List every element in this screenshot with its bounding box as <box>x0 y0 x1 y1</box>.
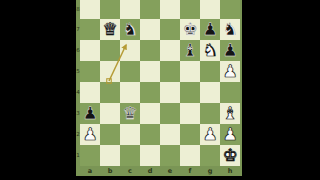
square-d3[interactable] <box>140 103 160 124</box>
square-f7[interactable]: ♚ <box>180 19 200 40</box>
square-a6[interactable] <box>80 40 100 61</box>
square-h2[interactable]: ♟ <box>220 124 240 145</box>
square-b8[interactable] <box>100 0 120 19</box>
square-c2[interactable] <box>120 124 140 145</box>
square-b5[interactable] <box>100 61 120 82</box>
square-a2[interactable]: ♟ <box>80 124 100 145</box>
square-e2[interactable] <box>160 124 180 145</box>
square-g4[interactable] <box>200 82 220 103</box>
square-h3[interactable]: ♝ <box>220 103 240 124</box>
square-a1[interactable] <box>80 145 100 166</box>
square-g3[interactable] <box>200 103 220 124</box>
square-a4[interactable] <box>80 82 100 103</box>
square-e6[interactable] <box>160 40 180 61</box>
square-e7[interactable] <box>160 19 180 40</box>
square-d8[interactable] <box>140 0 160 19</box>
square-d1[interactable] <box>140 145 160 166</box>
piece-black-pawn: ♟ <box>222 42 237 59</box>
square-b1[interactable] <box>100 145 120 166</box>
square-a8[interactable] <box>80 0 100 19</box>
square-h8[interactable] <box>220 0 240 19</box>
piece-black-knight: ♞ <box>222 21 237 38</box>
file-label-f: f <box>180 166 200 176</box>
square-e1[interactable] <box>160 145 180 166</box>
piece-white-pawn: ♟ <box>82 126 97 143</box>
square-d7[interactable] <box>140 19 160 40</box>
square-h4[interactable] <box>220 82 240 103</box>
file-label-b: b <box>100 166 120 176</box>
piece-white-pawn: ♟ <box>222 126 237 143</box>
square-h5[interactable]: ♟ <box>220 61 240 82</box>
piece-white-knight: ♞ <box>202 42 217 59</box>
square-f1[interactable] <box>180 145 200 166</box>
file-label-d: d <box>140 166 160 176</box>
piece-white-queen: ♛ <box>102 21 117 38</box>
square-g6[interactable]: ♞ <box>200 40 220 61</box>
piece-black-bishop: ♝ <box>182 42 197 59</box>
square-d5[interactable] <box>140 61 160 82</box>
square-h6[interactable]: ♟ <box>220 40 240 61</box>
square-a7[interactable] <box>80 19 100 40</box>
piece-white-pawn: ♟ <box>202 126 217 143</box>
square-b7[interactable]: ♛ <box>100 19 120 40</box>
square-g5[interactable] <box>200 61 220 82</box>
file-label-a: a <box>80 166 100 176</box>
square-f3[interactable] <box>180 103 200 124</box>
square-e4[interactable] <box>160 82 180 103</box>
file-label-e: e <box>160 166 180 176</box>
square-c3[interactable]: ♛ <box>120 103 140 124</box>
chess-board: ♛♞♚♟♞♝♞♟♟♟♛♝♟♟♟♚ <box>80 0 240 166</box>
square-g8[interactable] <box>200 0 220 19</box>
piece-black-pawn: ♟ <box>82 105 97 122</box>
square-e5[interactable] <box>160 61 180 82</box>
square-c5[interactable] <box>120 61 140 82</box>
square-b4[interactable] <box>100 82 120 103</box>
file-label-h: h <box>220 166 240 176</box>
square-b2[interactable] <box>100 124 120 145</box>
piece-black-knight: ♞ <box>122 21 137 38</box>
square-d4[interactable] <box>140 82 160 103</box>
square-a3[interactable]: ♟ <box>80 103 100 124</box>
file-labels: abcdefgh <box>80 166 240 176</box>
square-h1[interactable]: ♚ <box>220 145 240 166</box>
piece-white-king: ♚ <box>222 147 237 164</box>
square-d6[interactable] <box>140 40 160 61</box>
square-a5[interactable] <box>80 61 100 82</box>
piece-black-pawn: ♟ <box>202 21 217 38</box>
square-b6[interactable] <box>100 40 120 61</box>
square-c8[interactable] <box>120 0 140 19</box>
piece-black-queen: ♛ <box>122 105 137 122</box>
square-f8[interactable] <box>180 0 200 19</box>
square-f6[interactable]: ♝ <box>180 40 200 61</box>
square-f2[interactable] <box>180 124 200 145</box>
square-e3[interactable] <box>160 103 180 124</box>
board-frame: 87654321 ♛♞♚♟♞♝♞♟♟♟♛♝♟♟♟♚ abcdefgh <box>76 0 242 176</box>
piece-white-pawn: ♟ <box>222 63 237 80</box>
square-g2[interactable]: ♟ <box>200 124 220 145</box>
piece-black-king: ♚ <box>182 21 197 38</box>
square-g7[interactable]: ♟ <box>200 19 220 40</box>
square-h7[interactable]: ♞ <box>220 19 240 40</box>
file-label-c: c <box>120 166 140 176</box>
file-label-g: g <box>200 166 220 176</box>
square-c7[interactable]: ♞ <box>120 19 140 40</box>
piece-white-bishop: ♝ <box>222 105 237 122</box>
square-b3[interactable] <box>100 103 120 124</box>
square-e8[interactable] <box>160 0 180 19</box>
square-c4[interactable] <box>120 82 140 103</box>
square-f4[interactable] <box>180 82 200 103</box>
square-d2[interactable] <box>140 124 160 145</box>
square-c1[interactable] <box>120 145 140 166</box>
square-f5[interactable] <box>180 61 200 82</box>
square-g1[interactable] <box>200 145 220 166</box>
square-c6[interactable] <box>120 40 140 61</box>
